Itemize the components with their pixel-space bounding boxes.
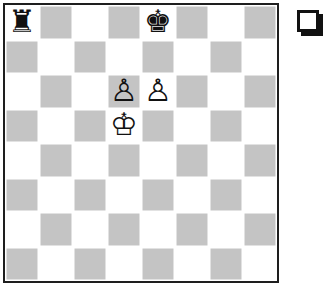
square-f7[interactable] (175, 40, 209, 75)
square-a4[interactable] (5, 143, 39, 178)
square-c6[interactable] (73, 74, 107, 109)
square-e3[interactable] (141, 178, 175, 213)
square-b3[interactable] (39, 178, 73, 213)
square-c8[interactable] (73, 5, 107, 40)
square-h7[interactable] (243, 40, 277, 75)
square-d4[interactable] (107, 143, 141, 178)
square-b4[interactable] (39, 143, 73, 178)
square-g3[interactable] (209, 178, 243, 213)
white-pawn-piece[interactable]: ♙ (144, 75, 172, 106)
square-e7[interactable] (141, 40, 175, 75)
square-g8[interactable] (209, 5, 243, 40)
square-c5[interactable] (73, 109, 107, 144)
square-a8[interactable]: ♜ (5, 5, 39, 40)
square-h5[interactable] (243, 109, 277, 144)
chess-diagram: ♜♚♙♙♔ (0, 0, 329, 285)
square-h8[interactable] (243, 5, 277, 40)
square-f4[interactable] (175, 143, 209, 178)
chess-board: ♜♚♙♙♔ (3, 3, 279, 283)
white-to-move-indicator-icon (297, 10, 319, 32)
square-e8[interactable]: ♚ (141, 5, 175, 40)
square-f6[interactable] (175, 74, 209, 109)
square-h4[interactable] (243, 143, 277, 178)
square-d5[interactable]: ♔ (107, 109, 141, 144)
square-d3[interactable] (107, 178, 141, 213)
square-h1[interactable] (243, 247, 277, 282)
square-h3[interactable] (243, 178, 277, 213)
square-d7[interactable] (107, 40, 141, 75)
square-d8[interactable] (107, 5, 141, 40)
square-e6[interactable]: ♙ (141, 74, 175, 109)
square-c7[interactable] (73, 40, 107, 75)
square-g7[interactable] (209, 40, 243, 75)
square-f8[interactable] (175, 5, 209, 40)
square-e1[interactable] (141, 247, 175, 282)
square-b8[interactable] (39, 5, 73, 40)
square-a1[interactable] (5, 247, 39, 282)
square-f1[interactable] (175, 247, 209, 282)
square-g5[interactable] (209, 109, 243, 144)
square-b5[interactable] (39, 109, 73, 144)
square-c2[interactable] (73, 212, 107, 247)
square-a5[interactable] (5, 109, 39, 144)
square-b2[interactable] (39, 212, 73, 247)
square-c3[interactable] (73, 178, 107, 213)
square-e2[interactable] (141, 212, 175, 247)
black-king-piece[interactable]: ♚ (144, 6, 172, 37)
square-g6[interactable] (209, 74, 243, 109)
square-a6[interactable] (5, 74, 39, 109)
black-rook-piece[interactable]: ♜ (8, 6, 36, 37)
square-d1[interactable] (107, 247, 141, 282)
square-c1[interactable] (73, 247, 107, 282)
square-f3[interactable] (175, 178, 209, 213)
white-king-piece[interactable]: ♔ (110, 109, 138, 140)
square-f5[interactable] (175, 109, 209, 144)
square-a2[interactable] (5, 212, 39, 247)
square-d6[interactable]: ♙ (107, 74, 141, 109)
square-b6[interactable] (39, 74, 73, 109)
square-c4[interactable] (73, 143, 107, 178)
white-pawn-piece[interactable]: ♙ (110, 75, 138, 106)
square-g1[interactable] (209, 247, 243, 282)
square-e5[interactable] (141, 109, 175, 144)
square-a3[interactable] (5, 178, 39, 213)
square-b1[interactable] (39, 247, 73, 282)
square-d2[interactable] (107, 212, 141, 247)
square-h6[interactable] (243, 74, 277, 109)
square-g4[interactable] (209, 143, 243, 178)
square-e4[interactable] (141, 143, 175, 178)
square-g2[interactable] (209, 212, 243, 247)
square-f2[interactable] (175, 212, 209, 247)
square-a7[interactable] (5, 40, 39, 75)
square-b7[interactable] (39, 40, 73, 75)
square-h2[interactable] (243, 212, 277, 247)
